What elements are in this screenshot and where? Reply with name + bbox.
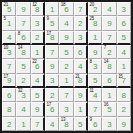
cell-r3c2[interactable]: 86 [16,31,30,45]
cell-digit: 9 [78,92,82,100]
cell-digit: 6 [78,49,82,57]
cell-r7c7[interactable]: 114 [88,88,102,102]
cell-digit: 4 [64,20,68,28]
cell-digit: 1 [107,92,111,100]
cell-r8c7[interactable]: 7 [88,102,102,116]
cell-r9c1[interactable]: 2 [2,117,16,131]
cell-digit: 8 [35,6,39,14]
cell-digit: 3 [122,6,126,14]
cage-sum-label: 9 [89,118,91,123]
cell-digit: 9 [21,6,25,14]
cell-r9c2[interactable]: 1 [16,117,30,131]
cell-r9c8[interactable]: 3 [102,117,116,131]
cell-r8c5[interactable]: 3 [59,102,73,116]
cell-digit: 2 [78,20,82,28]
cell-digit: 5 [78,121,82,129]
cell-r7c2[interactable]: 323 [16,88,30,102]
cell-digit: 5 [64,49,68,57]
cell-r4c8[interactable]: 72 [102,45,116,59]
cell-digit: 1 [7,20,11,28]
cell-digit: 3 [64,106,68,114]
cell-r5c2[interactable]: 5 [16,59,30,73]
cell-r6c5[interactable]: 1 [59,74,73,88]
cell-r3c9[interactable]: 5 [117,31,131,45]
cell-r5c7[interactable]: 83 [88,59,102,73]
cell-r1c5[interactable]: 186 [59,2,73,16]
cell-r1c3[interactable]: 128 [31,2,45,16]
cell-r3c8[interactable]: 7 [102,31,116,45]
cell-digit: 5 [93,77,97,85]
cell-r1c2[interactable]: 9 [16,2,30,16]
cell-digit: 7 [7,63,11,71]
cell-r3c7[interactable]: 1 [88,31,102,45]
cell-digit: 9 [107,20,111,28]
cell-digit: 4 [93,92,97,100]
cell-digit: 7 [64,92,68,100]
cell-digit: 4 [21,106,25,114]
cell-r6c2[interactable]: 2 [16,74,30,88]
cell-r4c2[interactable]: 148 [16,45,30,59]
cell-digit: 5 [122,34,126,42]
cell-r6c3[interactable]: 4 [31,74,45,88]
cell-digit: 1 [21,121,25,129]
cell-digit: 8 [7,106,11,114]
cell-digit: 6 [122,20,126,28]
cell-r5c6[interactable]: 4 [74,59,88,73]
cell-r6c9[interactable]: 157 [117,74,131,88]
cell-r9c3[interactable]: 7 [31,117,45,131]
cell-r8c9[interactable]: 2 [117,102,131,116]
cell-r5c3[interactable]: 226 [31,59,45,73]
cell-digit: 1 [93,34,97,42]
cell-r4c4[interactable]: 7 [45,45,59,59]
cell-digit: 8 [64,121,68,129]
cell-r3c6[interactable]: 3 [74,31,88,45]
cell-digit: 2 [21,77,25,85]
cell-r4c1[interactable]: 103 [2,45,16,59]
cell-r3c1[interactable]: 4 [2,31,16,45]
cell-r9c4[interactable]: 4 [45,117,59,131]
cell-r2c7[interactable]: 258 [88,16,102,30]
cell-r2c9[interactable]: 6 [117,16,131,30]
cell-r1c1[interactable]: 215 [2,2,16,16]
cell-digit: 2 [64,63,68,71]
cell-r4c5[interactable]: 5 [59,45,73,59]
cell-digit: 5 [21,63,25,71]
cell-digit: 6 [107,77,111,85]
cell-digit: 3 [21,92,25,100]
cell-r5c5[interactable]: 2 [59,59,73,73]
cell-r9c6[interactable]: 5 [74,117,88,131]
cell-digit: 6 [7,92,11,100]
cell-digit: 4 [78,63,82,71]
cell-r1c9[interactable]: 3 [117,2,131,16]
cell-r8c4[interactable]: 176 [45,102,59,116]
cell-r6c7[interactable]: 5 [88,74,102,88]
cell-digit: 3 [78,34,82,42]
cell-r3c3[interactable]: 2 [31,31,45,45]
cell-r5c4[interactable]: 9 [45,59,59,73]
cell-r4c6[interactable]: 6 [74,45,88,59]
cell-digit: 5 [50,20,54,28]
cell-digit: 3 [7,49,11,57]
cell-digit: 5 [7,6,11,14]
cage-sum-label: 7 [104,46,106,51]
cell-digit: 4 [122,49,126,57]
cell-digit: 7 [122,77,126,85]
cell-r8c1[interactable]: 8 [2,102,16,116]
cell-digit: 7 [35,121,39,129]
cage-sum-label: 8 [89,60,91,65]
cell-digit: 9 [93,49,97,57]
cell-digit: 1 [78,106,82,114]
cell-digit: 3 [107,121,111,129]
cell-r4c3[interactable]: 1 [31,45,45,59]
cell-digit: 2 [7,121,11,129]
cell-digit: 7 [78,6,82,14]
cell-digit: 4 [107,6,111,14]
cell-digit: 2 [122,106,126,114]
cell-r2c1[interactable]: 51 [2,16,16,30]
cell-digit: 6 [50,106,54,114]
cell-r2c8[interactable]: 9 [102,16,116,30]
cell-r1c4[interactable]: 1 [45,2,59,16]
cell-r7c5[interactable]: 7 [59,88,73,102]
cell-digit: 8 [50,34,54,42]
cell-r8c8[interactable]: 165 [102,102,116,116]
cell-digit: 6 [21,34,25,42]
cell-r2c6[interactable]: 2 [74,16,88,30]
cell-digit: 1 [35,49,39,57]
cell-digit: 2 [107,49,111,57]
cell-r7c4[interactable]: 2 [45,88,59,102]
cell-digit: 8 [107,63,111,71]
cell-r3c4[interactable]: 178 [45,31,59,45]
cell-r1c7[interactable]: 202 [88,2,102,16]
cell-r5c8[interactable]: 148 [102,59,116,73]
cell-r2c5[interactable]: 4 [59,16,73,30]
cell-digit: 1 [50,6,54,14]
cell-r6c6[interactable]: 218 [74,74,88,88]
cell-digit: 7 [21,20,25,28]
cell-digit: 7 [50,49,54,57]
cell-digit: 2 [35,34,39,42]
cell-digit: 1 [122,63,126,71]
cell-r6c4[interactable]: 3 [45,74,59,88]
cell-r3c5[interactable]: 9 [59,31,73,45]
cell-digit: 9 [50,63,54,71]
cell-digit: 6 [93,121,97,129]
cell-digit: 5 [35,92,39,100]
cell-r2c4[interactable]: 95 [45,16,59,30]
cell-digit: 7 [93,106,97,114]
cell-r8c2[interactable]: 4 [16,102,30,116]
cell-digit: 2 [50,92,54,100]
cell-r7c3[interactable]: 5 [31,88,45,102]
cell-r7c1[interactable]: 6 [2,88,16,102]
cell-r6c8[interactable]: 6 [102,74,116,88]
cell-digit: 7 [107,34,111,42]
cell-digit: 3 [35,20,39,28]
cell-digit: 4 [7,34,11,42]
cell-r9c7[interactable]: 96 [88,117,102,131]
sudoku-board: 2159128118672024351739542258964862178931… [0,0,133,133]
cell-digit: 5 [107,106,111,114]
cell-r6c1[interactable]: 179 [2,74,16,88]
cell-digit: 8 [122,92,126,100]
cell-r2c3[interactable]: 3 [31,16,45,30]
cell-r5c9[interactable]: 1 [117,59,131,73]
cell-digit: 2 [93,6,97,14]
cell-digit: 8 [21,49,25,57]
cage-sum-label: 9 [46,17,48,22]
cell-digit: 9 [7,77,11,85]
cell-digit: 6 [35,63,39,71]
cell-digit: 9 [64,34,68,42]
cell-r7c9[interactable]: 8 [117,88,131,102]
cell-digit: 8 [78,77,82,85]
cell-r7c6[interactable]: 9 [74,88,88,102]
cell-digit: 9 [122,121,126,129]
cell-r9c5[interactable]: 138 [59,117,73,131]
cage-sum-label: 8 [18,32,20,37]
cell-digit: 8 [93,20,97,28]
cell-r9c9[interactable]: 9 [117,117,131,131]
cell-digit: 1 [64,77,68,85]
cell-digit: 3 [50,77,54,85]
cell-r5c1[interactable]: 7 [2,59,16,73]
cell-digit: 4 [50,121,54,129]
cell-digit: 3 [93,63,97,71]
cell-r1c6[interactable]: 7 [74,2,88,16]
cell-r4c9[interactable]: 4 [117,45,131,59]
cell-r2c2[interactable]: 7 [16,16,30,30]
cell-r4c7[interactable]: 9 [88,45,102,59]
cell-digit: 9 [35,106,39,114]
cell-digit: 6 [64,6,68,14]
cell-r8c3[interactable]: 9 [31,102,45,116]
cell-r8c6[interactable]: 1 [74,102,88,116]
cell-digit: 4 [35,77,39,85]
cell-r7c8[interactable]: 1 [102,88,116,102]
cage-sum-label: 5 [4,17,6,22]
cell-r1c8[interactable]: 4 [102,2,116,16]
